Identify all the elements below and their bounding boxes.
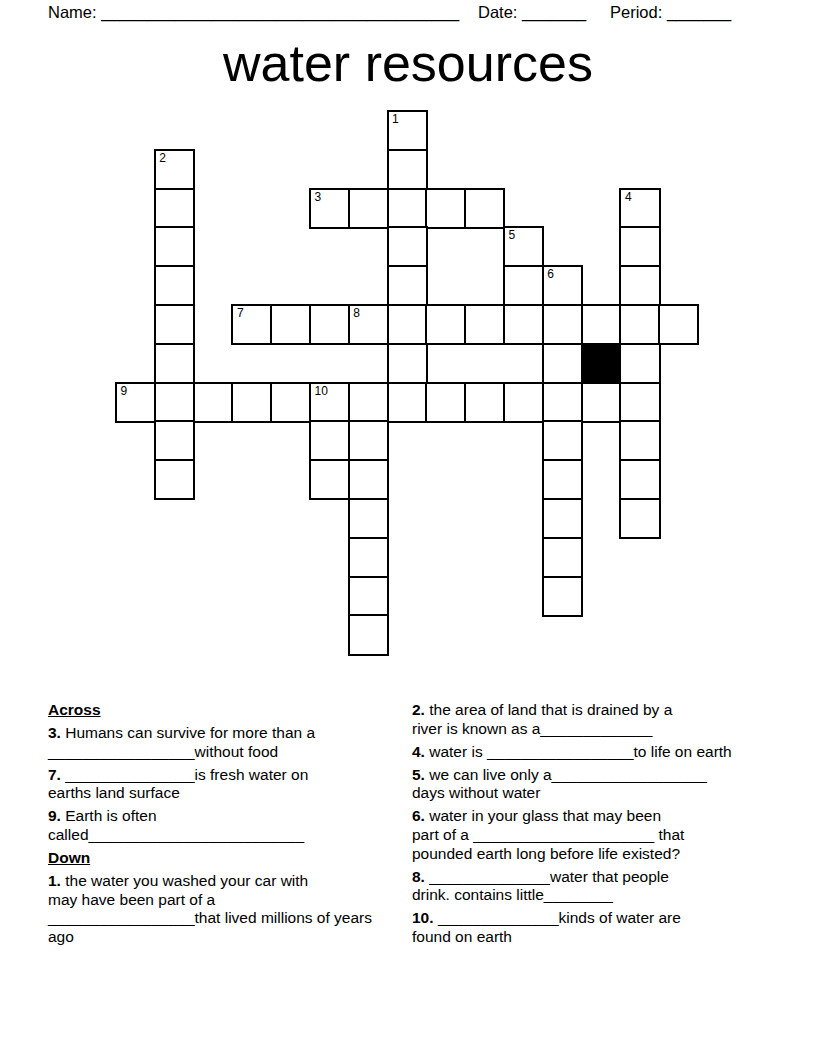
period-blank: _______ xyxy=(667,3,731,21)
grid-cell[interactable] xyxy=(154,459,195,500)
down-header: Down xyxy=(48,849,408,868)
clue-number: 5. xyxy=(412,766,425,783)
clue-4: 4. water is _________________to life on … xyxy=(412,743,764,762)
grid-cell[interactable] xyxy=(154,304,195,345)
grid-cell[interactable] xyxy=(387,382,428,423)
date-label: Date: xyxy=(478,3,517,21)
clue-number: 9. xyxy=(48,807,61,824)
grid-cell[interactable] xyxy=(387,149,428,190)
clue-9: 9. Earth is often called________________… xyxy=(48,807,408,844)
clue-number: 4. xyxy=(412,743,425,760)
grid-cell[interactable] xyxy=(542,498,583,539)
clue-number: 10. xyxy=(412,909,434,926)
grid-cell[interactable] xyxy=(348,576,389,617)
grid-cell[interactable] xyxy=(619,498,660,539)
grid-cell[interactable] xyxy=(193,382,234,423)
grid-cell[interactable] xyxy=(425,188,466,229)
grid-cell[interactable] xyxy=(154,420,195,461)
grid-cell[interactable]: 3 xyxy=(309,188,350,229)
name-label: Name: xyxy=(48,3,97,21)
page-title: water resources xyxy=(0,33,816,93)
date-blank: _______ xyxy=(522,3,586,21)
cell-number: 8 xyxy=(353,307,360,320)
grid-cell[interactable]: 8 xyxy=(348,304,389,345)
clue-7: 7. _______________is fresh water on eart… xyxy=(48,766,408,803)
grid-cell[interactable] xyxy=(387,265,428,306)
grid-cell[interactable] xyxy=(464,304,505,345)
black-cell xyxy=(581,343,622,384)
grid-cell[interactable] xyxy=(348,382,389,423)
clue-2: 2. the area of land that is drained by a… xyxy=(412,701,764,738)
clue-number: 3. xyxy=(48,724,61,741)
clue-8: 8. ______________water that people drink… xyxy=(412,868,764,905)
grid-cell[interactable] xyxy=(154,226,195,267)
grid-cell[interactable] xyxy=(387,226,428,267)
clue-text: _______________is fresh water on earths … xyxy=(48,766,308,802)
grid-cell[interactable] xyxy=(542,459,583,500)
clue-text: Earth is often called___________________… xyxy=(48,807,304,843)
grid-cell[interactable] xyxy=(503,382,544,423)
clue-text: the area of land that is drained by a ri… xyxy=(412,701,672,737)
grid-cell[interactable] xyxy=(619,420,660,461)
grid-cell[interactable] xyxy=(348,614,389,655)
clue-number: 2. xyxy=(412,701,425,718)
grid-cell[interactable] xyxy=(154,265,195,306)
grid-cell[interactable] xyxy=(542,537,583,578)
clue-5: 5. we can live only a__________________ … xyxy=(412,766,764,803)
grid-cell[interactable]: 2 xyxy=(154,149,195,190)
grid-cell[interactable] xyxy=(425,304,466,345)
clue-number: 7. xyxy=(48,766,61,783)
grid-cell[interactable] xyxy=(270,382,311,423)
cell-number: 6 xyxy=(547,268,554,281)
clue-text: the water you washed your car with may h… xyxy=(48,872,372,945)
clue-number: 8. xyxy=(412,868,425,885)
grid-cell[interactable]: 10 xyxy=(309,382,350,423)
name-blank: _______________________________________ xyxy=(101,3,459,21)
grid-cell[interactable] xyxy=(309,459,350,500)
clue-text: ______________kinds of water are found o… xyxy=(412,909,681,945)
cell-number: 9 xyxy=(121,385,128,398)
across-header: Across xyxy=(48,701,408,720)
grid-cell[interactable] xyxy=(619,343,660,384)
grid-cell[interactable] xyxy=(542,576,583,617)
cell-number: 2 xyxy=(159,152,166,165)
date-field: Date: _______ xyxy=(478,2,586,22)
crossword-grid: 12345678910 xyxy=(115,110,700,656)
grid-cell[interactable]: 7 xyxy=(231,304,272,345)
grid-cell[interactable] xyxy=(348,420,389,461)
grid-cell[interactable] xyxy=(387,304,428,345)
grid-cell[interactable] xyxy=(581,382,622,423)
clue-number: 1. xyxy=(48,872,61,889)
clue-1: 1. the water you washed your car with ma… xyxy=(48,872,408,946)
grid-cell[interactable] xyxy=(154,343,195,384)
grid-cell[interactable] xyxy=(270,304,311,345)
grid-cell[interactable] xyxy=(619,382,660,423)
grid-cell[interactable] xyxy=(231,382,272,423)
clue-text: water in your glass that may been part o… xyxy=(412,807,684,861)
grid-cell[interactable] xyxy=(619,459,660,500)
grid-cell[interactable] xyxy=(387,188,428,229)
grid-cell[interactable] xyxy=(348,498,389,539)
grid-cell[interactable] xyxy=(154,188,195,229)
grid-cell[interactable] xyxy=(619,265,660,306)
grid-cell[interactable] xyxy=(619,304,660,345)
clue-text: Humans can survive for more than a _____… xyxy=(48,724,315,760)
clue-6: 6. water in your glass that may been par… xyxy=(412,807,764,863)
grid-cell[interactable] xyxy=(542,343,583,384)
grid-cell[interactable] xyxy=(542,304,583,345)
grid-cell[interactable] xyxy=(425,382,466,423)
grid-cell[interactable] xyxy=(154,382,195,423)
worksheet-page: Name: __________________________________… xyxy=(0,0,816,1056)
clues-left-column: Across3. Humans can survive for more tha… xyxy=(48,701,408,951)
grid-cell[interactable] xyxy=(542,420,583,461)
grid-cell[interactable] xyxy=(503,304,544,345)
grid-cell[interactable] xyxy=(542,382,583,423)
name-field: Name: __________________________________… xyxy=(48,2,459,22)
grid-cell[interactable] xyxy=(309,420,350,461)
clue-text: water is _________________to life on ear… xyxy=(429,743,732,760)
grid-cell[interactable] xyxy=(464,382,505,423)
grid-cell[interactable] xyxy=(387,343,428,384)
grid-cell[interactable] xyxy=(581,304,622,345)
cell-number: 1 xyxy=(392,113,399,126)
grid-cell[interactable]: 1 xyxy=(387,110,428,151)
clue-3: 3. Humans can survive for more than a __… xyxy=(48,724,408,761)
grid-cell[interactable] xyxy=(503,265,544,306)
grid-cell[interactable] xyxy=(464,188,505,229)
clue-number: 6. xyxy=(412,807,425,824)
grid-cell[interactable] xyxy=(309,304,350,345)
cell-number: 10 xyxy=(315,385,328,398)
clue-text: we can live only a__________________ day… xyxy=(412,766,707,802)
cell-number: 7 xyxy=(237,307,244,320)
grid-cell[interactable] xyxy=(348,537,389,578)
grid-cell[interactable] xyxy=(348,459,389,500)
clue-text: ______________water that people drink. c… xyxy=(412,868,669,904)
period-field: Period: _______ xyxy=(610,2,731,22)
cell-number: 5 xyxy=(509,229,516,242)
grid-cell[interactable]: 9 xyxy=(115,382,156,423)
grid-cell[interactable]: 5 xyxy=(503,226,544,267)
grid-cell[interactable] xyxy=(658,304,699,345)
clue-10: 10. ______________kinds of water are fou… xyxy=(412,909,764,946)
period-label: Period: xyxy=(610,3,662,21)
grid-cell[interactable]: 6 xyxy=(542,265,583,306)
grid-cell[interactable]: 4 xyxy=(619,188,660,229)
cell-number: 3 xyxy=(315,191,322,204)
grid-cell[interactable] xyxy=(348,188,389,229)
clues-right-column: 2. the area of land that is drained by a… xyxy=(412,701,764,951)
cell-number: 4 xyxy=(625,191,632,204)
grid-cell[interactable] xyxy=(619,226,660,267)
